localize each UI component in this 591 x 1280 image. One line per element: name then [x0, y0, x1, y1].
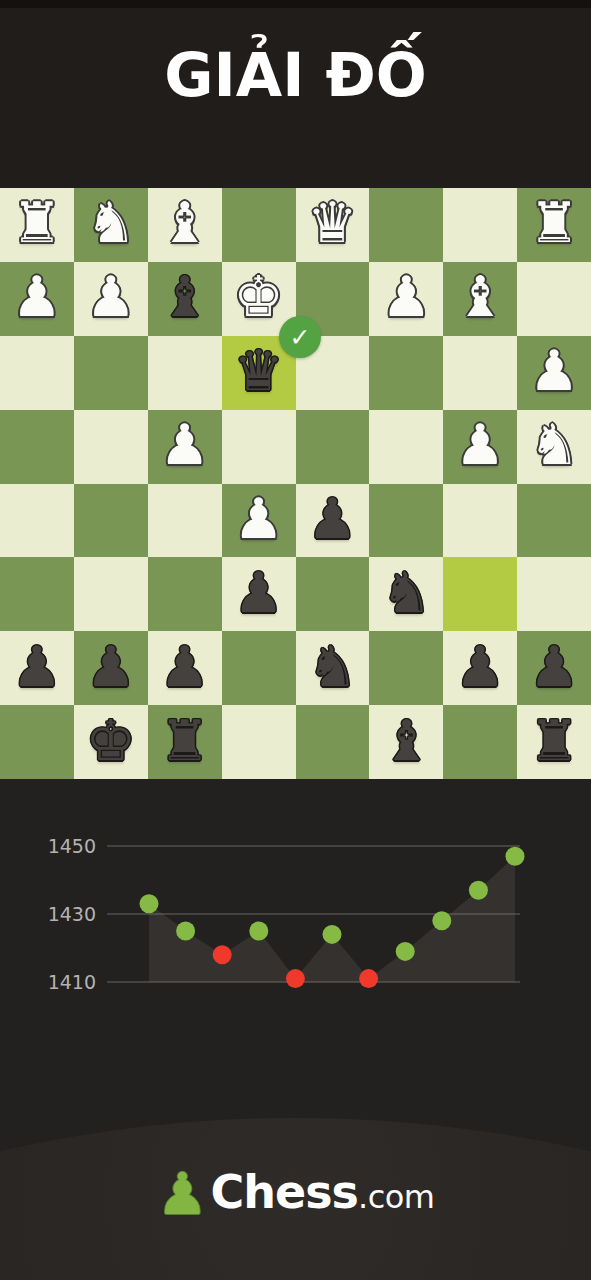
rating-point-2-win — [176, 922, 195, 941]
square-a8[interactable]: ♜ — [517, 705, 591, 779]
square-b1[interactable] — [443, 188, 517, 262]
piece-black-pawn-h7: ♟ — [12, 630, 62, 703]
square-f8[interactable]: ♜ — [148, 705, 222, 779]
square-f5[interactable] — [148, 484, 222, 558]
square-c5[interactable] — [369, 484, 443, 558]
square-g2[interactable]: ♟ — [74, 262, 148, 336]
square-c2[interactable]: ♟ — [369, 262, 443, 336]
rating-point-10-win — [469, 881, 488, 900]
rating-chart: 145014301410 — [0, 779, 591, 1049]
square-d1[interactable]: ♛ — [296, 188, 370, 262]
square-d7[interactable]: ♞ — [296, 631, 370, 705]
piece-white-pawn-e5: ♟ — [233, 482, 283, 555]
square-e8[interactable] — [222, 705, 296, 779]
square-b2[interactable]: ♝ — [443, 262, 517, 336]
square-h7[interactable]: ♟ — [0, 631, 74, 705]
piece-white-pawn-a3: ♟ — [529, 334, 579, 407]
square-b6[interactable] — [443, 557, 517, 631]
square-d6[interactable] — [296, 557, 370, 631]
piece-white-pawn-h2: ♟ — [12, 260, 62, 333]
square-g3[interactable] — [74, 336, 148, 410]
piece-black-king-g8: ♚ — [86, 704, 136, 777]
ytick-label-1430: 1430 — [48, 903, 96, 925]
square-c7[interactable] — [369, 631, 443, 705]
piece-white-knight-g1: ♞ — [86, 186, 136, 259]
square-g1[interactable]: ♞ — [74, 188, 148, 262]
ytick-label-1450: 1450 — [48, 835, 96, 857]
rating-point-11-win — [506, 847, 525, 866]
piece-black-pawn-f7: ♟ — [160, 630, 210, 703]
square-b8[interactable] — [443, 705, 517, 779]
square-a6[interactable] — [517, 557, 591, 631]
piece-black-bishop-c8: ♝ — [381, 704, 431, 777]
square-d8[interactable] — [296, 705, 370, 779]
square-d4[interactable] — [296, 410, 370, 484]
rating-point-7-loss — [359, 969, 378, 988]
piece-black-rook-f8: ♜ — [160, 704, 210, 777]
piece-white-pawn-g2: ♟ — [86, 260, 136, 333]
rating-point-6-win — [323, 925, 342, 944]
square-b7[interactable]: ♟ — [443, 631, 517, 705]
square-e6[interactable]: ♟ — [222, 557, 296, 631]
square-c3[interactable] — [369, 336, 443, 410]
square-g6[interactable] — [74, 557, 148, 631]
logo-text: Chess — [211, 1165, 358, 1219]
piece-black-bishop-f2: ♝ — [160, 260, 210, 333]
square-a1[interactable]: ♜ — [517, 188, 591, 262]
piece-white-knight-a4: ♞ — [529, 408, 579, 481]
square-g8[interactable]: ♚ — [74, 705, 148, 779]
piece-black-knight-c6: ♞ — [381, 556, 431, 629]
footer-section: 145014301410 ♟Chess.com — [0, 779, 591, 1280]
header: GIẢI ĐỐ — [0, 0, 591, 188]
square-h3[interactable] — [0, 336, 74, 410]
square-h5[interactable] — [0, 484, 74, 558]
square-c1[interactable] — [369, 188, 443, 262]
rating-point-8-win — [396, 942, 415, 961]
square-g4[interactable] — [74, 410, 148, 484]
square-h8[interactable] — [0, 705, 74, 779]
pawn-logo-icon: ♟ — [157, 1165, 209, 1223]
rating-point-5-loss — [286, 969, 305, 988]
square-f2[interactable]: ♝ — [148, 262, 222, 336]
square-a3[interactable]: ♟ — [517, 336, 591, 410]
piece-black-pawn-b7: ♟ — [455, 630, 505, 703]
square-d5[interactable]: ♟ — [296, 484, 370, 558]
square-c6[interactable]: ♞ — [369, 557, 443, 631]
square-f6[interactable] — [148, 557, 222, 631]
square-f4[interactable]: ♟ — [148, 410, 222, 484]
square-f1[interactable]: ♝ — [148, 188, 222, 262]
square-e1[interactable] — [222, 188, 296, 262]
square-e7[interactable] — [222, 631, 296, 705]
square-h1[interactable]: ♜ — [0, 188, 74, 262]
logo-suffix: .com — [358, 1178, 435, 1216]
square-e5[interactable]: ♟ — [222, 484, 296, 558]
ytick-label-1410: 1410 — [48, 971, 96, 993]
piece-white-pawn-c2: ♟ — [381, 260, 431, 333]
piece-black-pawn-a7: ♟ — [529, 630, 579, 703]
piece-black-pawn-e6: ♟ — [233, 556, 283, 629]
piece-white-pawn-b4: ♟ — [455, 408, 505, 481]
piece-white-pawn-f4: ♟ — [160, 408, 210, 481]
square-a2[interactable] — [517, 262, 591, 336]
puzzle-share-card: GIẢI ĐỐ ♜♞♝♛♜♟♟♝♚♟♝♛♟♟♟♞♟♟♟♞♟♟♟♞♟♟♚♜♝♜✓ … — [0, 0, 591, 1280]
rating-point-4-win — [249, 922, 268, 941]
rating-point-9-win — [432, 911, 451, 930]
piece-black-rook-a8: ♜ — [529, 704, 579, 777]
square-a4[interactable]: ♞ — [517, 410, 591, 484]
piece-white-bishop-f1: ♝ — [160, 186, 210, 259]
square-c4[interactable] — [369, 410, 443, 484]
square-a7[interactable]: ♟ — [517, 631, 591, 705]
square-c8[interactable]: ♝ — [369, 705, 443, 779]
piece-black-queen-e3: ♛ — [233, 334, 283, 407]
piece-white-bishop-b2: ♝ — [455, 260, 505, 333]
piece-white-queen-d1: ♛ — [307, 186, 357, 259]
piece-white-rook-h1: ♜ — [12, 186, 62, 259]
square-f7[interactable]: ♟ — [148, 631, 222, 705]
square-f3[interactable] — [148, 336, 222, 410]
piece-black-pawn-d5: ♟ — [307, 482, 357, 555]
piece-white-king-e2: ♚ — [233, 260, 283, 333]
square-g5[interactable] — [74, 484, 148, 558]
rating-point-1-win — [140, 894, 159, 913]
square-b3[interactable] — [443, 336, 517, 410]
correct-move-checkmark-icon: ✓ — [279, 316, 321, 358]
rating-area-fill — [149, 856, 515, 982]
square-b5[interactable] — [443, 484, 517, 558]
square-h2[interactable]: ♟ — [0, 262, 74, 336]
chesscom-logo: ♟Chess.com — [0, 1159, 591, 1219]
square-e4[interactable] — [222, 410, 296, 484]
square-h6[interactable] — [0, 557, 74, 631]
rating-point-3-loss — [213, 945, 232, 964]
chess-board[interactable]: ♜♞♝♛♜♟♟♝♚♟♝♛♟♟♟♞♟♟♟♞♟♟♟♞♟♟♚♜♝♜✓ — [0, 188, 591, 779]
piece-white-rook-a1: ♜ — [529, 186, 579, 259]
square-h4[interactable] — [0, 410, 74, 484]
piece-black-pawn-g7: ♟ — [86, 630, 136, 703]
square-g7[interactable]: ♟ — [74, 631, 148, 705]
square-b4[interactable]: ♟ — [443, 410, 517, 484]
square-a5[interactable] — [517, 484, 591, 558]
page-title: GIẢI ĐỐ — [0, 40, 591, 110]
piece-black-knight-d7: ♞ — [307, 630, 357, 703]
